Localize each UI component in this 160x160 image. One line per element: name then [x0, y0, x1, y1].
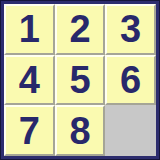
- puzzle-frame: 1 2 3 4 5 6 7 8: [0, 0, 160, 160]
- tile-4[interactable]: 4: [4, 55, 55, 106]
- tile-5-label: 5: [69, 61, 90, 99]
- tile-2-label: 2: [69, 10, 90, 48]
- tile-1-label: 1: [19, 10, 40, 48]
- tile-7-label: 7: [19, 112, 40, 150]
- tile-3[interactable]: 3: [105, 4, 156, 55]
- tile-8-label: 8: [69, 112, 90, 150]
- tile-3-label: 3: [120, 10, 141, 48]
- empty-cell: [105, 105, 156, 156]
- tile-6-label: 6: [120, 61, 141, 99]
- tile-5[interactable]: 5: [55, 55, 106, 106]
- tile-7[interactable]: 7: [4, 105, 55, 156]
- tile-4-label: 4: [19, 61, 40, 99]
- tile-6[interactable]: 6: [105, 55, 156, 106]
- tile-2[interactable]: 2: [55, 4, 106, 55]
- puzzle-board: 1 2 3 4 5 6 7 8: [4, 4, 156, 156]
- tile-1[interactable]: 1: [4, 4, 55, 55]
- tile-8[interactable]: 8: [55, 105, 106, 156]
